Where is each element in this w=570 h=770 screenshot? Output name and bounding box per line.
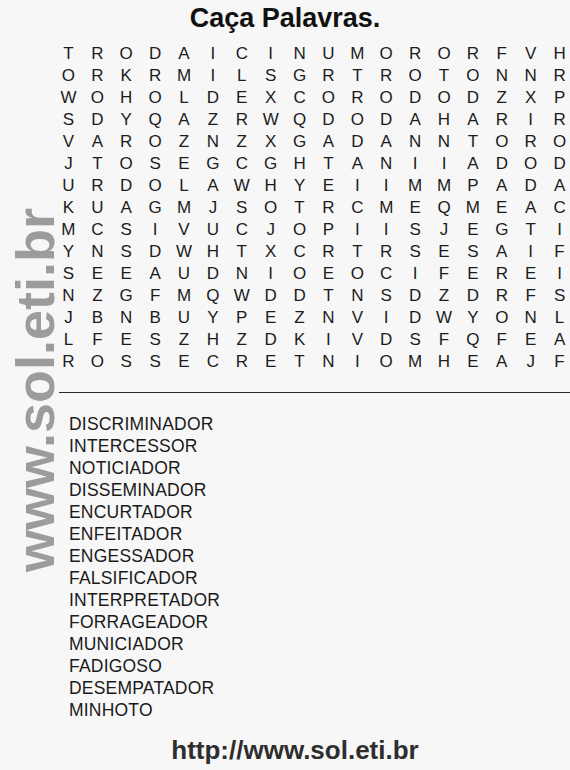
grid-cell[interactable]: H: [430, 108, 459, 130]
grid-cell[interactable]: Z: [487, 86, 516, 108]
grid-cell[interactable]: L: [170, 174, 199, 196]
grid-cell[interactable]: I: [343, 350, 372, 372]
grid-cell[interactable]: I: [198, 42, 227, 64]
grid-cell[interactable]: C: [285, 240, 314, 262]
grid-cell[interactable]: H: [198, 240, 227, 262]
grid-cell[interactable]: E: [256, 350, 285, 372]
grid-cell[interactable]: W: [54, 86, 83, 108]
grid-cell[interactable]: O: [54, 64, 83, 86]
grid-cell[interactable]: A: [545, 174, 570, 196]
grid-cell[interactable]: H: [545, 42, 570, 64]
grid-cell[interactable]: N: [314, 306, 343, 328]
grid-cell[interactable]: A: [516, 196, 545, 218]
grid-cell[interactable]: R: [401, 42, 430, 64]
grid-cell[interactable]: X: [256, 240, 285, 262]
grid-cell[interactable]: T: [343, 240, 372, 262]
grid-cell[interactable]: N: [516, 64, 545, 86]
grid-cell[interactable]: A: [487, 174, 516, 196]
grid-cell[interactable]: I: [343, 218, 372, 240]
grid-cell[interactable]: M: [170, 196, 199, 218]
grid-cell[interactable]: T: [314, 152, 343, 174]
grid-cell[interactable]: D: [141, 240, 170, 262]
grid-cell[interactable]: V: [343, 306, 372, 328]
grid-cell[interactable]: E: [227, 86, 256, 108]
grid-cell[interactable]: G: [487, 218, 516, 240]
grid-cell[interactable]: O: [372, 350, 401, 372]
grid-cell[interactable]: I: [372, 306, 401, 328]
grid-cell[interactable]: M: [401, 350, 430, 372]
grid-cell[interactable]: A: [458, 152, 487, 174]
grid-cell[interactable]: D: [285, 284, 314, 306]
grid-cell[interactable]: E: [170, 350, 199, 372]
grid-cell[interactable]: S: [54, 108, 83, 130]
grid-cell[interactable]: E: [430, 240, 459, 262]
grid-cell[interactable]: A: [401, 108, 430, 130]
grid-cell[interactable]: V: [516, 42, 545, 64]
grid-cell[interactable]: I: [372, 174, 401, 196]
grid-cell[interactable]: T: [343, 64, 372, 86]
grid-cell[interactable]: A: [83, 130, 112, 152]
grid-cell[interactable]: O: [112, 152, 141, 174]
grid-cell[interactable]: Q: [430, 196, 459, 218]
word-list-item: MINHOTO: [69, 699, 220, 721]
grid-cell[interactable]: M: [170, 64, 199, 86]
grid-cell[interactable]: E: [170, 152, 199, 174]
grid-cell[interactable]: D: [372, 328, 401, 350]
word-list-item: DISSEMINADOR: [69, 479, 220, 501]
grid-cell[interactable]: Y: [285, 174, 314, 196]
grid-cell[interactable]: U: [314, 42, 343, 64]
grid-cell[interactable]: G: [198, 152, 227, 174]
grid-cell[interactable]: R: [314, 240, 343, 262]
grid-cell[interactable]: E: [458, 350, 487, 372]
grid-cell[interactable]: G: [112, 284, 141, 306]
footer-url[interactable]: http://www.sol.eti.br: [0, 735, 570, 766]
word-list-item: ENFEITADOR: [69, 523, 220, 545]
word-list-item: FORRAGEADOR: [69, 611, 220, 633]
grid-cell[interactable]: I: [314, 328, 343, 350]
grid-cell[interactable]: C: [198, 350, 227, 372]
grid-cell[interactable]: E: [458, 262, 487, 284]
grid-cell[interactable]: U: [198, 218, 227, 240]
grid-cell[interactable]: R: [545, 108, 570, 130]
grid-cell[interactable]: U: [170, 306, 199, 328]
grid-cell[interactable]: P: [458, 174, 487, 196]
grid-cell[interactable]: E: [256, 306, 285, 328]
word-list: DISCRIMINADORINTERCESSORNOTICIADORDISSEM…: [69, 413, 220, 721]
grid-cell[interactable]: I: [545, 262, 570, 284]
word-list-item: ENCURTADOR: [69, 501, 220, 523]
grid-cell[interactable]: K: [285, 328, 314, 350]
grid-cell[interactable]: S: [227, 196, 256, 218]
grid-cell[interactable]: A: [458, 108, 487, 130]
grid-cell[interactable]: M: [372, 196, 401, 218]
grid-cell[interactable]: O: [343, 262, 372, 284]
grid-cell[interactable]: E: [314, 262, 343, 284]
grid-cell[interactable]: Y: [458, 306, 487, 328]
grid-cell[interactable]: A: [112, 196, 141, 218]
grid-cell[interactable]: S: [112, 218, 141, 240]
grid-cell[interactable]: F: [83, 328, 112, 350]
word-list-item: INTERCESSOR: [69, 435, 220, 457]
puzzle-title: Caça Palavras.: [0, 0, 570, 34]
grid-cell[interactable]: L: [170, 86, 199, 108]
grid-cell[interactable]: B: [141, 306, 170, 328]
grid-cell[interactable]: G: [285, 64, 314, 86]
grid-cell[interactable]: D: [112, 174, 141, 196]
grid-cell[interactable]: S: [112, 350, 141, 372]
grid-cell[interactable]: G: [141, 196, 170, 218]
grid-cell[interactable]: O: [141, 130, 170, 152]
grid-cell[interactable]: V: [54, 130, 83, 152]
word-list-item: FADIGOSO: [69, 655, 220, 677]
grid-cell[interactable]: R: [343, 86, 372, 108]
grid-cell[interactable]: Z: [227, 130, 256, 152]
grid-cell[interactable]: M: [458, 196, 487, 218]
grid-cell[interactable]: I: [401, 262, 430, 284]
grid-cell[interactable]: D: [401, 284, 430, 306]
grid-cell[interactable]: S: [256, 64, 285, 86]
grid-cell[interactable]: P: [545, 86, 570, 108]
grid-cell[interactable]: P: [227, 306, 256, 328]
grid-cell[interactable]: R: [458, 42, 487, 64]
grid-cell[interactable]: O: [401, 64, 430, 86]
grid-cell[interactable]: S: [545, 284, 570, 306]
grid-cell[interactable]: W: [256, 108, 285, 130]
grid-cell[interactable]: I: [372, 218, 401, 240]
grid-cell[interactable]: O: [83, 350, 112, 372]
grid-cell[interactable]: I: [401, 152, 430, 174]
grid-cell[interactable]: C: [372, 262, 401, 284]
grid-cell[interactable]: O: [487, 130, 516, 152]
grid-cell[interactable]: T: [285, 196, 314, 218]
grid-cell[interactable]: D: [256, 284, 285, 306]
grid-cell[interactable]: N: [372, 152, 401, 174]
grid-cell[interactable]: N: [516, 306, 545, 328]
grid-cell[interactable]: F: [430, 262, 459, 284]
word-list-item: ENGESSADOR: [69, 545, 220, 567]
grid-cell[interactable]: H: [430, 350, 459, 372]
grid-cell[interactable]: O: [83, 86, 112, 108]
grid-cell[interactable]: O: [516, 152, 545, 174]
separator-line: [59, 392, 570, 393]
grid-cell[interactable]: R: [112, 130, 141, 152]
grid-cell[interactable]: D: [198, 86, 227, 108]
grid-cell[interactable]: T: [54, 42, 83, 64]
grid-cell[interactable]: C: [545, 196, 570, 218]
grid-cell[interactable]: R: [545, 64, 570, 86]
grid-cell[interactable]: A: [545, 328, 570, 350]
grid-cell[interactable]: N: [83, 240, 112, 262]
grid-cell[interactable]: H: [198, 328, 227, 350]
grid-cell[interactable]: I: [516, 108, 545, 130]
grid-cell[interactable]: E: [458, 218, 487, 240]
grid-cell[interactable]: F: [516, 284, 545, 306]
grid-cell[interactable]: L: [227, 64, 256, 86]
grid-cell[interactable]: T: [458, 130, 487, 152]
grid-cell[interactable]: F: [487, 328, 516, 350]
grid-cell[interactable]: Q: [141, 108, 170, 130]
grid-cell[interactable]: O: [141, 86, 170, 108]
grid-cell[interactable]: D: [545, 152, 570, 174]
grid-cell[interactable]: F: [545, 240, 570, 262]
grid-cell[interactable]: C: [227, 218, 256, 240]
grid-cell[interactable]: Z: [430, 284, 459, 306]
grid-cell[interactable]: D: [401, 306, 430, 328]
word-list-item: FALSIFICADOR: [69, 567, 220, 589]
grid-cell[interactable]: T: [314, 284, 343, 306]
grid-cell[interactable]: A: [170, 108, 199, 130]
grid-cell[interactable]: V: [343, 328, 372, 350]
grid-cell[interactable]: Y: [112, 108, 141, 130]
watermark-text: www.sol.eti.br: [7, 190, 63, 590]
grid-cell[interactable]: Z: [198, 108, 227, 130]
grid-cell[interactable]: M: [401, 174, 430, 196]
grid-cell[interactable]: N: [112, 306, 141, 328]
grid-cell[interactable]: O: [430, 86, 459, 108]
grid-cell[interactable]: Z: [227, 328, 256, 350]
grid-cell[interactable]: W: [227, 174, 256, 196]
grid-cell[interactable]: D: [343, 130, 372, 152]
grid-cell[interactable]: E: [112, 328, 141, 350]
grid-cell[interactable]: J: [256, 218, 285, 240]
grid-cell[interactable]: C: [83, 218, 112, 240]
grid-cell[interactable]: O: [141, 174, 170, 196]
grid-cell[interactable]: D: [256, 328, 285, 350]
grid-cell[interactable]: C: [285, 86, 314, 108]
grid-cell[interactable]: A: [141, 262, 170, 284]
grid-cell[interactable]: O: [545, 130, 570, 152]
grid-cell[interactable]: R: [516, 130, 545, 152]
grid-cell[interactable]: M: [430, 174, 459, 196]
grid-cell[interactable]: A: [343, 152, 372, 174]
grid-cell[interactable]: S: [401, 328, 430, 350]
grid-cell[interactable]: R: [227, 108, 256, 130]
grid-cell[interactable]: T: [430, 64, 459, 86]
grid-cell[interactable]: R: [141, 64, 170, 86]
word-list-item: DISCRIMINADOR: [69, 413, 220, 435]
grid-cell[interactable]: A: [170, 42, 199, 64]
grid-cell[interactable]: O: [314, 86, 343, 108]
grid-cell[interactable]: Y: [198, 306, 227, 328]
grid-cell[interactable]: O: [112, 42, 141, 64]
grid-cell[interactable]: O: [343, 108, 372, 130]
grid-cell[interactable]: N: [198, 130, 227, 152]
grid-cell[interactable]: G: [285, 130, 314, 152]
grid-cell[interactable]: R: [83, 64, 112, 86]
grid-cell[interactable]: I: [256, 262, 285, 284]
grid-cell[interactable]: U: [83, 196, 112, 218]
grid-cell[interactable]: Z: [285, 306, 314, 328]
grid-cell[interactable]: R: [83, 42, 112, 64]
grid-cell[interactable]: I: [256, 42, 285, 64]
grid-cell[interactable]: Q: [285, 108, 314, 130]
grid-cell[interactable]: M: [170, 284, 199, 306]
grid-cell[interactable]: D: [487, 152, 516, 174]
grid-cell[interactable]: Q: [458, 328, 487, 350]
grid-cell[interactable]: S: [372, 284, 401, 306]
grid-cell[interactable]: X: [256, 86, 285, 108]
grid-cell[interactable]: R: [83, 174, 112, 196]
grid-cell[interactable]: O: [372, 42, 401, 64]
grid-cell[interactable]: I: [343, 174, 372, 196]
grid-cell[interactable]: N: [430, 130, 459, 152]
grid-cell[interactable]: R: [372, 64, 401, 86]
grid-cell[interactable]: A: [487, 350, 516, 372]
grid-cell[interactable]: J: [198, 196, 227, 218]
grid-cell[interactable]: D: [401, 86, 430, 108]
grid-cell[interactable]: N: [314, 350, 343, 372]
grid-cell[interactable]: Z: [170, 130, 199, 152]
grid-cell[interactable]: O: [256, 196, 285, 218]
grid-cell[interactable]: W: [430, 306, 459, 328]
grid-cell[interactable]: F: [141, 284, 170, 306]
grid-cell[interactable]: D: [516, 174, 545, 196]
grid-cell[interactable]: D: [198, 262, 227, 284]
grid-cell[interactable]: T: [285, 350, 314, 372]
grid-cell[interactable]: B: [83, 306, 112, 328]
grid-cell[interactable]: O: [285, 262, 314, 284]
grid-cell[interactable]: E: [516, 262, 545, 284]
grid-cell[interactable]: A: [372, 130, 401, 152]
grid-cell[interactable]: I: [545, 218, 570, 240]
grid-cell[interactable]: I: [430, 152, 459, 174]
grid-cell[interactable]: F: [545, 350, 570, 372]
grid-cell[interactable]: R: [314, 196, 343, 218]
grid-cell[interactable]: D: [372, 108, 401, 130]
grid-cell[interactable]: E: [314, 174, 343, 196]
grid-cell[interactable]: S: [112, 240, 141, 262]
grid-cell[interactable]: H: [112, 86, 141, 108]
grid-cell[interactable]: I: [141, 218, 170, 240]
grid-cell[interactable]: S: [141, 152, 170, 174]
word-search-grid: TRODAICINUMORORFVHORKRMILSGRTROTONNRWOHO…: [54, 42, 570, 372]
grid-cell[interactable]: J: [430, 218, 459, 240]
grid-cell[interactable]: R: [487, 262, 516, 284]
grid-cell[interactable]: X: [516, 86, 545, 108]
grid-cell[interactable]: Z: [170, 328, 199, 350]
grid-cell[interactable]: H: [285, 152, 314, 174]
grid-cell[interactable]: P: [314, 218, 343, 240]
grid-cell[interactable]: R: [487, 284, 516, 306]
word-list-item: MUNICIADOR: [69, 633, 220, 655]
grid-cell[interactable]: S: [141, 350, 170, 372]
grid-cell[interactable]: D: [314, 108, 343, 130]
grid-cell[interactable]: I: [516, 240, 545, 262]
grid-cell[interactable]: A: [314, 130, 343, 152]
word-list-item: NOTICIADOR: [69, 457, 220, 479]
grid-cell[interactable]: D: [458, 284, 487, 306]
grid-cell[interactable]: S: [401, 218, 430, 240]
grid-cell[interactable]: W: [227, 284, 256, 306]
grid-cell[interactable]: D: [458, 86, 487, 108]
grid-cell[interactable]: M: [343, 42, 372, 64]
grid-cell[interactable]: S: [401, 240, 430, 262]
grid-cell[interactable]: F: [487, 42, 516, 64]
grid-cell[interactable]: W: [170, 240, 199, 262]
grid-cell[interactable]: D: [141, 42, 170, 64]
grid-cell[interactable]: R: [227, 350, 256, 372]
grid-cell[interactable]: O: [487, 306, 516, 328]
grid-cell[interactable]: O: [430, 42, 459, 64]
grid-cell[interactable]: N: [343, 284, 372, 306]
grid-cell[interactable]: A: [198, 174, 227, 196]
grid-cell[interactable]: R: [314, 64, 343, 86]
grid-cell[interactable]: E: [487, 196, 516, 218]
grid-cell[interactable]: N: [285, 42, 314, 64]
word-list-item: INTERPRETADOR: [69, 589, 220, 611]
grid-cell[interactable]: S: [141, 328, 170, 350]
grid-cell[interactable]: S: [458, 240, 487, 262]
grid-cell[interactable]: N: [487, 64, 516, 86]
grid-cell[interactable]: N: [227, 262, 256, 284]
grid-cell[interactable]: T: [227, 240, 256, 262]
grid-cell[interactable]: E: [83, 262, 112, 284]
grid-cell[interactable]: A: [487, 240, 516, 262]
word-list-item: DESEMPATADOR: [69, 677, 220, 699]
grid-cell[interactable]: I: [198, 64, 227, 86]
grid-cell[interactable]: O: [285, 218, 314, 240]
grid-cell[interactable]: X: [256, 130, 285, 152]
grid-cell[interactable]: V: [170, 218, 199, 240]
grid-cell[interactable]: E: [112, 262, 141, 284]
grid-cell[interactable]: U: [170, 262, 199, 284]
grid-cell[interactable]: Q: [198, 284, 227, 306]
grid-cell[interactable]: Z: [83, 284, 112, 306]
grid-cell[interactable]: C: [343, 196, 372, 218]
grid-cell[interactable]: R: [487, 108, 516, 130]
grid-cell[interactable]: J: [516, 350, 545, 372]
grid-cell[interactable]: J: [54, 152, 83, 174]
grid-cell[interactable]: C: [227, 152, 256, 174]
grid-cell[interactable]: F: [430, 328, 459, 350]
grid-cell[interactable]: N: [401, 130, 430, 152]
grid-cell[interactable]: E: [516, 328, 545, 350]
grid-cell[interactable]: T: [516, 218, 545, 240]
grid-cell[interactable]: O: [372, 86, 401, 108]
grid-cell[interactable]: O: [458, 64, 487, 86]
grid-cell[interactable]: K: [112, 64, 141, 86]
grid-cell[interactable]: H: [256, 174, 285, 196]
grid-cell[interactable]: E: [401, 196, 430, 218]
grid-cell[interactable]: R: [372, 240, 401, 262]
grid-cell[interactable]: D: [83, 108, 112, 130]
grid-cell[interactable]: C: [227, 42, 256, 64]
grid-cell[interactable]: G: [256, 152, 285, 174]
grid-cell[interactable]: L: [545, 306, 570, 328]
grid-cell[interactable]: T: [83, 152, 112, 174]
